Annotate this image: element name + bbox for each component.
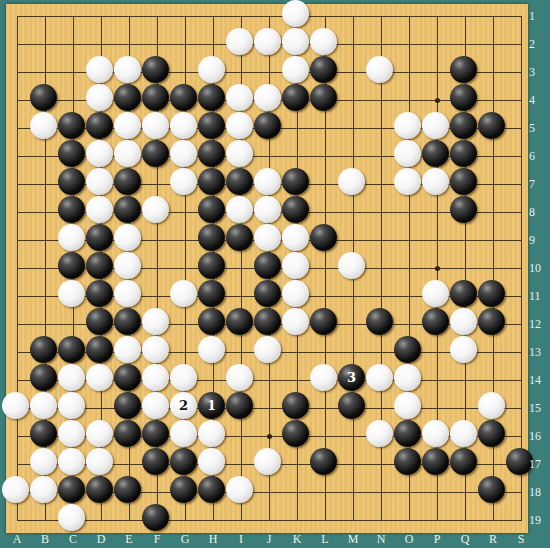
white-stone <box>366 56 393 83</box>
white-stone <box>282 252 309 279</box>
white-stone <box>282 280 309 307</box>
column-label-K: K <box>287 532 307 547</box>
black-stone <box>170 448 197 475</box>
white-stone <box>226 140 253 167</box>
white-stone <box>170 112 197 139</box>
white-stone <box>226 476 253 503</box>
white-stone <box>254 28 281 55</box>
white-stone <box>338 252 365 279</box>
row-label-13: 13 <box>529 345 547 360</box>
black-stone <box>226 308 253 335</box>
white-stone <box>478 392 505 419</box>
white-stone <box>142 196 169 223</box>
white-stone <box>338 168 365 195</box>
black-stone <box>58 196 85 223</box>
white-stone <box>310 364 337 391</box>
white-stone <box>254 196 281 223</box>
black-stone <box>58 112 85 139</box>
black-stone <box>422 448 449 475</box>
column-label-O: O <box>399 532 419 547</box>
row-label-7: 7 <box>529 177 547 192</box>
row-label-8: 8 <box>529 205 547 220</box>
black-stone <box>254 280 281 307</box>
row-label-6: 6 <box>529 149 547 164</box>
black-stone <box>142 140 169 167</box>
black-stone <box>142 420 169 447</box>
black-stone <box>114 196 141 223</box>
black-stone <box>198 112 225 139</box>
column-label-S: S <box>511 532 531 547</box>
row-label-15: 15 <box>529 401 547 416</box>
white-stone <box>86 364 113 391</box>
grid-line-vertical <box>521 16 522 521</box>
black-stone <box>450 448 477 475</box>
white-stone <box>58 224 85 251</box>
black-stone <box>282 392 309 419</box>
black-stone <box>450 280 477 307</box>
black-stone <box>282 196 309 223</box>
white-stone <box>58 420 85 447</box>
white-stone <box>254 448 281 475</box>
white-stone <box>114 252 141 279</box>
grid-line-horizontal <box>17 520 522 521</box>
black-stone <box>86 476 113 503</box>
row-label-11: 11 <box>529 289 547 304</box>
white-stone <box>58 504 85 531</box>
black-stone <box>198 280 225 307</box>
black-stone <box>86 308 113 335</box>
white-stone <box>58 392 85 419</box>
column-label-L: L <box>315 532 335 547</box>
go-board[interactable]: 321 <box>6 4 528 533</box>
row-label-3: 3 <box>529 65 547 80</box>
row-label-4: 4 <box>529 93 547 108</box>
column-label-D: D <box>91 532 111 547</box>
column-label-R: R <box>483 532 503 547</box>
black-stone <box>478 420 505 447</box>
black-stone <box>310 308 337 335</box>
black-stone <box>226 224 253 251</box>
white-stone <box>30 448 57 475</box>
white-stone <box>226 364 253 391</box>
grid-line-horizontal <box>17 408 522 409</box>
white-stone <box>58 448 85 475</box>
column-label-B: B <box>35 532 55 547</box>
white-stone <box>422 420 449 447</box>
black-stone <box>86 336 113 363</box>
white-stone <box>254 224 281 251</box>
white-stone <box>254 84 281 111</box>
column-label-A: A <box>7 532 27 547</box>
black-stone <box>450 140 477 167</box>
black-stone <box>198 252 225 279</box>
black-stone <box>114 392 141 419</box>
row-label-2: 2 <box>529 37 547 52</box>
column-label-E: E <box>119 532 139 547</box>
white-stone <box>58 280 85 307</box>
white-stone <box>282 308 309 335</box>
black-stone <box>254 112 281 139</box>
black-stone <box>282 420 309 447</box>
black-stone <box>394 420 421 447</box>
black-stone <box>450 84 477 111</box>
white-stone <box>226 84 253 111</box>
black-stone <box>198 476 225 503</box>
white-stone <box>58 364 85 391</box>
white-stone <box>30 392 57 419</box>
white-stone <box>86 84 113 111</box>
white-stone <box>198 336 225 363</box>
white-stone <box>450 308 477 335</box>
black-stone <box>394 336 421 363</box>
black-stone <box>114 168 141 195</box>
white-stone <box>310 28 337 55</box>
black-stone <box>450 168 477 195</box>
white-stone <box>170 168 197 195</box>
star-point <box>435 266 440 271</box>
white-stone <box>254 336 281 363</box>
black-stone <box>366 308 393 335</box>
black-stone <box>254 252 281 279</box>
black-stone <box>198 84 225 111</box>
black-stone <box>282 84 309 111</box>
white-stone <box>170 364 197 391</box>
white-stone <box>2 476 29 503</box>
black-stone <box>58 476 85 503</box>
column-label-H: H <box>203 532 223 547</box>
white-stone <box>114 336 141 363</box>
row-label-17: 17 <box>529 457 547 472</box>
white-stone <box>226 112 253 139</box>
row-label-5: 5 <box>529 121 547 136</box>
row-label-9: 9 <box>529 233 547 248</box>
white-stone <box>282 28 309 55</box>
black-stone <box>394 448 421 475</box>
black-stone <box>198 168 225 195</box>
white-stone <box>30 476 57 503</box>
black-stone <box>30 420 57 447</box>
column-label-M: M <box>343 532 363 547</box>
white-stone <box>86 56 113 83</box>
black-stone <box>114 308 141 335</box>
white-stone <box>450 420 477 447</box>
black-stone <box>198 308 225 335</box>
row-label-12: 12 <box>529 317 547 332</box>
white-stone <box>142 392 169 419</box>
row-label-16: 16 <box>529 429 547 444</box>
black-stone <box>58 252 85 279</box>
black-stone <box>86 252 113 279</box>
white-stone <box>422 280 449 307</box>
row-label-14: 14 <box>529 373 547 388</box>
black-stone <box>30 336 57 363</box>
column-label-F: F <box>147 532 167 547</box>
white-stone <box>114 140 141 167</box>
black-stone <box>422 140 449 167</box>
move-marker-stone-1: 1 <box>198 392 225 419</box>
white-stone <box>198 448 225 475</box>
move-marker-stone-2: 2 <box>170 392 197 419</box>
column-label-Q: Q <box>455 532 475 547</box>
black-stone <box>310 56 337 83</box>
white-stone <box>226 196 253 223</box>
column-label-I: I <box>231 532 251 547</box>
row-label-10: 10 <box>529 261 547 276</box>
white-stone <box>198 420 225 447</box>
black-stone <box>30 364 57 391</box>
black-stone <box>422 308 449 335</box>
white-stone <box>86 420 113 447</box>
star-point <box>435 98 440 103</box>
white-stone <box>170 140 197 167</box>
white-stone <box>114 56 141 83</box>
black-stone <box>114 476 141 503</box>
black-stone <box>478 476 505 503</box>
black-stone <box>450 112 477 139</box>
black-stone <box>58 336 85 363</box>
go-game-screen: 321 ABCDEFGHIJKLMNOPQRS12345678910111213… <box>0 0 550 548</box>
black-stone <box>198 196 225 223</box>
white-stone <box>366 420 393 447</box>
black-stone <box>226 392 253 419</box>
white-stone <box>142 112 169 139</box>
black-stone <box>478 308 505 335</box>
black-stone <box>58 168 85 195</box>
black-stone <box>450 56 477 83</box>
white-stone <box>226 28 253 55</box>
white-stone <box>394 364 421 391</box>
black-stone <box>142 448 169 475</box>
white-stone <box>86 140 113 167</box>
black-stone <box>254 308 281 335</box>
black-stone <box>170 476 197 503</box>
row-label-1: 1 <box>529 9 547 24</box>
black-stone <box>478 112 505 139</box>
black-stone <box>114 84 141 111</box>
black-stone <box>86 224 113 251</box>
white-stone <box>86 448 113 475</box>
black-stone <box>142 504 169 531</box>
black-stone <box>142 56 169 83</box>
row-label-19: 19 <box>529 513 547 528</box>
black-stone <box>114 420 141 447</box>
black-stone <box>310 84 337 111</box>
white-stone <box>170 420 197 447</box>
white-stone <box>198 56 225 83</box>
white-stone <box>394 392 421 419</box>
black-stone <box>114 364 141 391</box>
white-stone <box>422 168 449 195</box>
white-stone <box>450 336 477 363</box>
black-stone <box>86 112 113 139</box>
white-stone <box>170 280 197 307</box>
black-stone <box>198 140 225 167</box>
move-marker-stone-3: 3 <box>338 364 365 391</box>
white-stone <box>422 112 449 139</box>
black-stone <box>142 84 169 111</box>
black-stone <box>450 196 477 223</box>
black-stone <box>58 140 85 167</box>
white-stone <box>114 280 141 307</box>
white-stone <box>114 224 141 251</box>
white-stone <box>282 56 309 83</box>
black-stone <box>170 84 197 111</box>
column-label-N: N <box>371 532 391 547</box>
white-stone <box>30 112 57 139</box>
row-label-18: 18 <box>529 485 547 500</box>
black-stone <box>478 280 505 307</box>
white-stone <box>394 112 421 139</box>
column-label-G: G <box>175 532 195 547</box>
white-stone <box>282 224 309 251</box>
white-stone <box>366 364 393 391</box>
white-stone <box>142 364 169 391</box>
black-stone <box>30 84 57 111</box>
black-stone <box>86 280 113 307</box>
column-label-C: C <box>63 532 83 547</box>
black-stone <box>282 168 309 195</box>
white-stone <box>142 308 169 335</box>
white-stone <box>142 336 169 363</box>
white-stone <box>86 196 113 223</box>
black-stone <box>338 392 365 419</box>
white-stone <box>114 112 141 139</box>
black-stone <box>198 224 225 251</box>
black-stone <box>310 448 337 475</box>
white-stone <box>394 168 421 195</box>
black-stone <box>310 224 337 251</box>
star-point <box>267 434 272 439</box>
white-stone <box>282 0 309 27</box>
white-stone <box>2 392 29 419</box>
white-stone <box>254 168 281 195</box>
black-stone <box>226 168 253 195</box>
column-label-J: J <box>259 532 279 547</box>
white-stone <box>86 168 113 195</box>
column-label-P: P <box>427 532 447 547</box>
white-stone <box>394 140 421 167</box>
